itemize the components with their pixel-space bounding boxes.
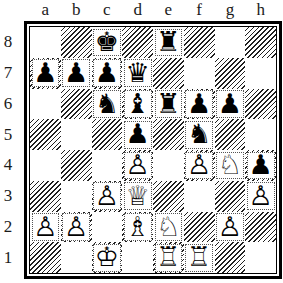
piece-white-knight[interactable]: ♘ xyxy=(153,212,184,243)
rank-label-2: 2 xyxy=(0,212,16,243)
square-e2[interactable]: ♘ xyxy=(153,212,184,243)
piece-white-king[interactable]: ♔ xyxy=(92,242,123,273)
square-a5[interactable] xyxy=(30,119,61,150)
piece-black-pawn[interactable]: ♟ xyxy=(92,58,123,89)
square-e6[interactable]: ♜ xyxy=(153,89,184,120)
square-h5[interactable] xyxy=(245,119,276,150)
square-e7[interactable] xyxy=(153,58,184,89)
piece-black-queen[interactable]: ♛ xyxy=(122,58,153,89)
square-f8[interactable] xyxy=(184,27,215,58)
piece-white-rook[interactable]: ♖ xyxy=(153,242,184,273)
square-b2[interactable]: ♙ xyxy=(61,212,92,243)
file-labels: abcdefgh xyxy=(30,0,276,20)
file-label-f: f xyxy=(184,0,215,20)
square-e4[interactable] xyxy=(153,150,184,181)
piece-white-pawn[interactable]: ♙ xyxy=(184,150,215,181)
square-g6[interactable]: ♟ xyxy=(215,89,246,120)
piece-black-knight[interactable]: ♞ xyxy=(92,89,123,120)
square-h8[interactable] xyxy=(245,27,276,58)
square-d8[interactable] xyxy=(122,27,153,58)
square-h4[interactable]: ♟ xyxy=(245,150,276,181)
piece-black-king[interactable]: ♚ xyxy=(92,27,123,58)
square-h2[interactable] xyxy=(245,212,276,243)
piece-black-bishop[interactable]: ♝ xyxy=(122,89,153,120)
square-g7[interactable] xyxy=(215,58,246,89)
piece-white-pawn[interactable]: ♙ xyxy=(245,181,276,212)
square-a8[interactable] xyxy=(30,27,61,58)
file-label-g: g xyxy=(215,0,246,20)
rank-label-1: 1 xyxy=(0,242,16,273)
square-f1[interactable]: ♖ xyxy=(184,242,215,273)
piece-white-pawn[interactable]: ♙ xyxy=(30,212,61,243)
square-b3[interactable] xyxy=(61,181,92,212)
piece-white-queen[interactable]: ♕ xyxy=(122,181,153,212)
square-b8[interactable] xyxy=(61,27,92,58)
file-label-d: d xyxy=(122,0,153,20)
piece-black-pawn[interactable]: ♟ xyxy=(122,119,153,150)
square-d1[interactable] xyxy=(122,242,153,273)
piece-black-rook[interactable]: ♜ xyxy=(153,27,184,58)
rank-label-6: 6 xyxy=(0,89,16,120)
square-b6[interactable] xyxy=(61,89,92,120)
piece-white-rook[interactable]: ♖ xyxy=(184,242,215,273)
square-c3[interactable]: ♙ xyxy=(92,181,123,212)
square-a4[interactable] xyxy=(30,150,61,181)
piece-black-pawn[interactable]: ♟ xyxy=(61,58,92,89)
piece-black-rook[interactable]: ♜ xyxy=(153,89,184,120)
rank-label-3: 3 xyxy=(0,181,16,212)
piece-white-pawn[interactable]: ♙ xyxy=(92,181,123,212)
rank-label-7: 7 xyxy=(0,58,16,89)
square-c6[interactable]: ♞ xyxy=(92,89,123,120)
square-c2[interactable] xyxy=(92,212,123,243)
rank-label-8: 8 xyxy=(0,27,16,58)
square-f2[interactable] xyxy=(184,212,215,243)
square-b5[interactable] xyxy=(61,119,92,150)
piece-white-pawn[interactable]: ♙ xyxy=(61,212,92,243)
square-g5[interactable] xyxy=(215,119,246,150)
square-g8[interactable] xyxy=(215,27,246,58)
square-h6[interactable] xyxy=(245,89,276,120)
chess-board: ♚♜♟♟♟♛♞♝♜♟♟♟♞♙♙♘♟♙♕♙♙♙♗♘♙♔♖♖ xyxy=(24,21,282,279)
piece-black-pawn[interactable]: ♟ xyxy=(184,89,215,120)
square-c8[interactable]: ♚ xyxy=(92,27,123,58)
square-h3[interactable]: ♙ xyxy=(245,181,276,212)
square-h1[interactable] xyxy=(245,242,276,273)
square-e1[interactable]: ♖ xyxy=(153,242,184,273)
square-e8[interactable]: ♜ xyxy=(153,27,184,58)
square-g3[interactable] xyxy=(215,181,246,212)
file-label-c: c xyxy=(92,0,123,20)
square-a1[interactable] xyxy=(30,242,61,273)
rank-label-4: 4 xyxy=(0,150,16,181)
square-b7[interactable]: ♟ xyxy=(61,58,92,89)
file-label-b: b xyxy=(61,0,92,20)
piece-black-pawn[interactable]: ♟ xyxy=(215,89,246,120)
piece-black-pawn[interactable]: ♟ xyxy=(245,150,276,181)
square-c7[interactable]: ♟ xyxy=(92,58,123,89)
board-grid: ♚♜♟♟♟♛♞♝♜♟♟♟♞♙♙♘♟♙♕♙♙♙♗♘♙♔♖♖ xyxy=(29,26,277,274)
square-f3[interactable] xyxy=(184,181,215,212)
piece-white-pawn[interactable]: ♙ xyxy=(122,150,153,181)
square-a3[interactable] xyxy=(30,181,61,212)
piece-black-pawn[interactable]: ♟ xyxy=(30,58,61,89)
chess-diagram: abcdefgh 87654321 ♚♜♟♟♟♛♞♝♜♟♟♟♞♙♙♘♟♙♕♙♙♙… xyxy=(0,0,283,283)
piece-white-bishop[interactable]: ♗ xyxy=(122,212,153,243)
square-f6[interactable]: ♟ xyxy=(184,89,215,120)
square-g2[interactable]: ♙ xyxy=(215,212,246,243)
square-f4[interactable]: ♙ xyxy=(184,150,215,181)
square-e5[interactable] xyxy=(153,119,184,150)
square-a2[interactable]: ♙ xyxy=(30,212,61,243)
square-b1[interactable] xyxy=(61,242,92,273)
square-g1[interactable] xyxy=(215,242,246,273)
square-d4[interactable]: ♙ xyxy=(122,150,153,181)
square-d2[interactable]: ♗ xyxy=(122,212,153,243)
piece-black-knight[interactable]: ♞ xyxy=(184,119,215,150)
square-f5[interactable]: ♞ xyxy=(184,119,215,150)
square-d7[interactable]: ♛ xyxy=(122,58,153,89)
square-c1[interactable]: ♔ xyxy=(92,242,123,273)
square-d5[interactable]: ♟ xyxy=(122,119,153,150)
square-d6[interactable]: ♝ xyxy=(122,89,153,120)
square-c5[interactable] xyxy=(92,119,123,150)
piece-white-knight[interactable]: ♘ xyxy=(215,150,246,181)
square-c4[interactable] xyxy=(92,150,123,181)
piece-white-pawn[interactable]: ♙ xyxy=(215,212,246,243)
rank-label-5: 5 xyxy=(0,119,16,150)
square-b4[interactable] xyxy=(61,150,92,181)
rank-labels: 87654321 xyxy=(0,27,16,273)
file-label-e: e xyxy=(153,0,184,20)
square-f7[interactable] xyxy=(184,58,215,89)
file-label-a: a xyxy=(30,0,61,20)
file-label-h: h xyxy=(245,0,276,20)
square-a6[interactable] xyxy=(30,89,61,120)
square-e3[interactable] xyxy=(153,181,184,212)
square-a7[interactable]: ♟ xyxy=(30,58,61,89)
square-d3[interactable]: ♕ xyxy=(122,181,153,212)
square-h7[interactable] xyxy=(245,58,276,89)
square-g4[interactable]: ♘ xyxy=(215,150,246,181)
